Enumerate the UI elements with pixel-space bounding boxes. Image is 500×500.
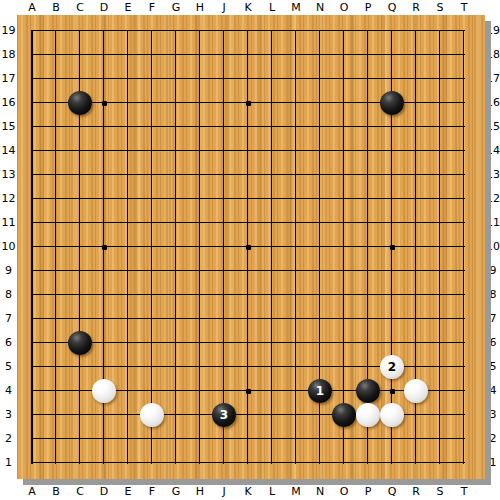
row-label: 5 (0, 355, 17, 379)
row-label: 6 (0, 331, 17, 355)
go-board[interactable]: 132 (17, 15, 485, 479)
column-label: S (428, 484, 452, 500)
column-label: R (404, 0, 428, 15)
column-label: A (20, 484, 44, 500)
row-label: 5 (486, 355, 500, 379)
row-label: 14 (486, 139, 500, 163)
white-stone-D4[interactable] (92, 379, 116, 403)
column-label: L (260, 484, 284, 500)
stones-layer: 132 (20, 19, 476, 475)
column-label: K (236, 0, 260, 15)
column-label: F (140, 484, 164, 500)
row-label: 6 (486, 331, 500, 355)
star-point (246, 245, 251, 250)
row-label: 1 (0, 451, 17, 475)
black-stone-C16[interactable] (68, 91, 92, 115)
column-label: P (356, 0, 380, 15)
row-label: 17 (486, 67, 500, 91)
row-label: 15 (486, 115, 500, 139)
row-label: 4 (0, 379, 17, 403)
row-label: 14 (0, 139, 17, 163)
column-label: J (212, 484, 236, 500)
row-label: 9 (0, 259, 17, 283)
row-label: 8 (0, 283, 17, 307)
coordinates-bottom: ABCDEFGHJKLMNOPQRST (20, 484, 476, 500)
column-label: H (188, 0, 212, 15)
star-point (102, 101, 107, 106)
column-label: M (284, 484, 308, 500)
move-number-label: 1 (316, 385, 324, 397)
row-label: 8 (486, 283, 500, 307)
move-number-label: 3 (220, 409, 228, 421)
white-stone-Q3[interactable] (380, 403, 404, 427)
column-label: R (404, 484, 428, 500)
column-label: D (92, 0, 116, 15)
row-label: 15 (0, 115, 17, 139)
black-stone-N4[interactable]: 1 (308, 379, 332, 403)
column-label: E (116, 0, 140, 15)
row-label: 11 (486, 211, 500, 235)
row-label: 16 (486, 91, 500, 115)
column-label: T (452, 0, 476, 15)
row-label: 2 (486, 427, 500, 451)
white-stone-F3[interactable] (140, 403, 164, 427)
row-label: 3 (486, 403, 500, 427)
column-label: B (44, 484, 68, 500)
star-point (390, 245, 395, 250)
go-diagram-page: ABCDEFGHJKLMNOPQRST ABCDEFGHJKLMNOPQRST … (0, 0, 500, 500)
white-stone-Q5[interactable]: 2 (380, 355, 404, 379)
row-label: 17 (0, 67, 17, 91)
column-label: O (332, 0, 356, 15)
coordinates-top: ABCDEFGHJKLMNOPQRST (20, 0, 476, 15)
row-label: 2 (0, 427, 17, 451)
column-label: A (20, 0, 44, 15)
row-label: 16 (0, 91, 17, 115)
white-stone-P3[interactable] (356, 403, 380, 427)
star-point (246, 389, 251, 394)
column-label: M (284, 0, 308, 15)
row-label: 9 (486, 259, 500, 283)
row-label: 19 (0, 19, 17, 43)
column-label: Q (380, 484, 404, 500)
column-label: E (116, 484, 140, 500)
column-label: L (260, 0, 284, 15)
row-label: 3 (0, 403, 17, 427)
row-label: 12 (486, 187, 500, 211)
column-label: F (140, 0, 164, 15)
row-label: 10 (486, 235, 500, 259)
row-label: 18 (486, 43, 500, 67)
coordinates-left: 19181716151413121110987654321 (0, 19, 17, 475)
black-stone-J3[interactable]: 3 (212, 403, 236, 427)
column-label: G (164, 0, 188, 15)
row-label: 13 (486, 163, 500, 187)
move-number-label: 2 (388, 361, 396, 373)
column-label: G (164, 484, 188, 500)
column-label: C (68, 0, 92, 15)
column-label: N (308, 484, 332, 500)
column-label: B (44, 0, 68, 15)
white-stone-R4[interactable] (404, 379, 428, 403)
black-stone-O3[interactable] (332, 403, 356, 427)
star-point (102, 245, 107, 250)
column-label: J (212, 0, 236, 15)
black-stone-C6[interactable] (68, 331, 92, 355)
row-label: 1 (486, 451, 500, 475)
row-label: 11 (0, 211, 17, 235)
column-label: H (188, 484, 212, 500)
column-label: C (68, 484, 92, 500)
column-label: D (92, 484, 116, 500)
row-label: 19 (486, 19, 500, 43)
row-label: 10 (0, 235, 17, 259)
column-label: S (428, 0, 452, 15)
row-label: 18 (0, 43, 17, 67)
column-label: T (452, 484, 476, 500)
row-label: 12 (0, 187, 17, 211)
row-label: 7 (486, 307, 500, 331)
row-label: 4 (486, 379, 500, 403)
row-label: 7 (0, 307, 17, 331)
star-point (246, 101, 251, 106)
column-label: O (332, 484, 356, 500)
column-label: Q (380, 0, 404, 15)
column-label: P (356, 484, 380, 500)
row-label: 13 (0, 163, 17, 187)
column-label: N (308, 0, 332, 15)
coordinates-right: 19181716151413121110987654321 (486, 19, 500, 475)
black-stone-P4[interactable] (356, 379, 380, 403)
star-point (390, 389, 395, 394)
black-stone-Q16[interactable] (380, 91, 404, 115)
column-label: K (236, 484, 260, 500)
